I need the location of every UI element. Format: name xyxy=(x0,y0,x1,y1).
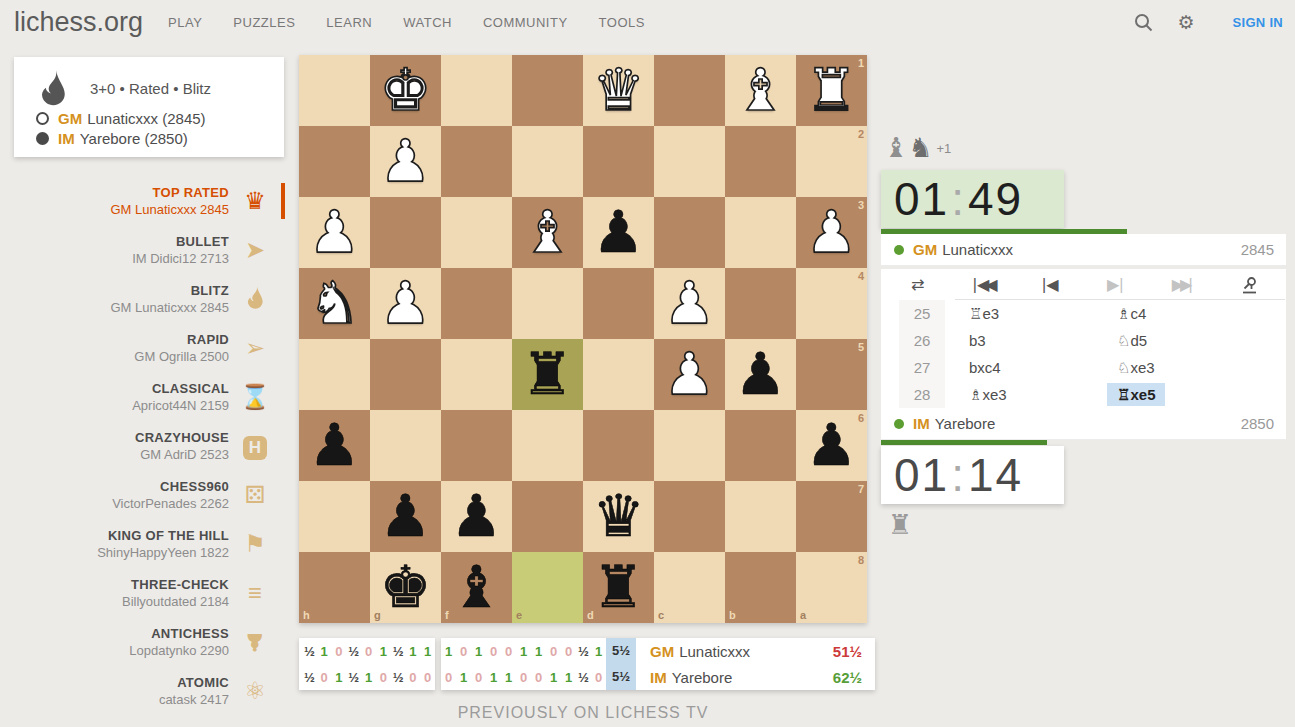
channel-label: BULLET xyxy=(132,234,229,249)
white-name[interactable]: Lunaticxxx xyxy=(87,110,158,127)
rank-label-5: 5 xyxy=(858,341,864,353)
white-pawn-c4: ♟ xyxy=(664,268,716,339)
square-b4 xyxy=(725,268,796,339)
square-a3: 3♟ xyxy=(796,197,867,268)
square-g4: ♟ xyxy=(370,268,441,339)
game-result[interactable]: 0 xyxy=(516,670,531,685)
move-number: 26 xyxy=(899,327,945,354)
rank-label-3: 3 xyxy=(858,199,864,211)
move-number: 28 xyxy=(899,381,945,408)
top-nav: lichess.org PLAYPUZZLESLEARNWATCHCOMMUNI… xyxy=(0,0,1295,44)
square-h6: ♟ xyxy=(299,410,370,481)
online-dot-icon xyxy=(894,245,904,255)
white-queen-d1: ♛ xyxy=(593,55,645,126)
channel-player: Billyoutdated 2184 xyxy=(122,594,229,609)
channel-player: GM Ogrilla 2500 xyxy=(134,349,229,364)
square-d4 xyxy=(583,268,654,339)
score-strip-totals: 101001100½15½GMLunaticxxx51½010110011½05… xyxy=(441,638,875,690)
game-result[interactable]: 0 xyxy=(456,644,471,659)
previously-on-lichess-tv: PREVIOUSLY ON LICHESS TV xyxy=(299,704,867,722)
next-move-button[interactable]: ▶| xyxy=(1107,277,1123,293)
game-info-card: 3+0 • Rated • Blitz GM Lunaticxxx (2845)… xyxy=(14,57,284,157)
game-result[interactable]: 0 xyxy=(420,670,435,685)
game-result[interactable]: 1 xyxy=(471,644,486,659)
move-list: 25♖e3♗c426b3♘d527bxc4♘xe328♗xe3♖xe5 xyxy=(881,300,1286,408)
move-row-27: 27bxc4♘xe3 xyxy=(881,354,1286,381)
white-pawn-h3: ♟ xyxy=(309,197,361,268)
black-player-line: IM Yarebore (2850) xyxy=(36,130,284,147)
turtle-icon: ⌛ xyxy=(237,385,273,409)
score-total: 5½ xyxy=(606,664,636,690)
game-result[interactable]: ½ xyxy=(576,670,591,685)
sidebar-item-chess960[interactable]: CHESS960VictorPenades 2262⚄ xyxy=(0,477,285,513)
crown-icon: ♛ xyxy=(237,189,273,213)
channel-label: RAPID xyxy=(134,332,229,347)
square-e4 xyxy=(512,268,583,339)
rank-label-1: 1 xyxy=(858,57,864,69)
bullet-icon: ➤ xyxy=(237,238,273,262)
black-player-rating: 2850 xyxy=(1241,415,1274,432)
move-number: 25 xyxy=(899,300,945,327)
sidebar-item-rapid[interactable]: RAPIDGM Ogrilla 2500➢ xyxy=(0,330,285,366)
square-a5: 5 xyxy=(796,339,867,410)
channel-player: ShinyHappyYeen 1822 xyxy=(97,545,229,560)
move-controls: ⇄ |◀◀ |◀ ▶| ▶▶| xyxy=(881,269,1286,300)
game-result[interactable]: 0 xyxy=(501,644,516,659)
black-name[interactable]: Yarebore xyxy=(80,130,141,147)
square-f3 xyxy=(441,197,512,268)
channel-label: BLITZ xyxy=(110,283,229,298)
file-label-b: b xyxy=(729,609,736,621)
black-bishop-f8: ♝ xyxy=(451,552,503,623)
game-result[interactable]: 1 xyxy=(516,644,531,659)
square-a2: 2 xyxy=(796,126,867,197)
results-box2_white: 101001100½15½GMLunaticxxx51½ xyxy=(441,638,875,664)
game-result[interactable]: 1 xyxy=(486,670,501,685)
white-bishop-b1: ♝ xyxy=(735,55,787,126)
channel-player: VictorPenades 2262 xyxy=(112,496,229,511)
black-move-26[interactable]: ♘d5 xyxy=(1105,332,1157,350)
black-player-link[interactable]: Yarebore xyxy=(935,415,996,432)
channel-label: THREE-CHECK xyxy=(122,577,229,592)
game-result[interactable]: 1 xyxy=(405,644,420,659)
game-result[interactable]: ½ xyxy=(346,644,361,659)
square-d5 xyxy=(583,339,654,410)
game-result[interactable]: 1 xyxy=(376,644,391,659)
channel-label: KING OF THE HILL xyxy=(97,528,229,543)
square-h3: ♟ xyxy=(299,197,370,268)
square-f6 xyxy=(441,410,512,481)
white-clock: 01:49 xyxy=(881,170,1064,228)
material-advantage: +1 xyxy=(936,141,951,156)
square-d3: ♟ xyxy=(583,197,654,268)
game-result[interactable]: ½ xyxy=(391,670,406,685)
game-result[interactable]: ½ xyxy=(302,644,317,659)
square-h5 xyxy=(299,339,370,410)
square-f5 xyxy=(441,339,512,410)
nav-item-community[interactable]: COMMUNITY xyxy=(483,15,568,30)
square-c4: ♟ xyxy=(654,268,725,339)
square-g6 xyxy=(370,410,441,481)
time-control-label: 3+0 • Rated • Blitz xyxy=(90,80,211,97)
black-pawn-f7: ♟ xyxy=(451,481,503,552)
square-e5: ♜ xyxy=(512,339,583,410)
channel-label: CLASSICAL xyxy=(132,381,229,396)
square-g7: ♟ xyxy=(370,481,441,552)
square-b7 xyxy=(725,481,796,552)
square-a4: 4 xyxy=(796,268,867,339)
game-result[interactable]: 0 xyxy=(361,644,376,659)
game-result[interactable]: 0 xyxy=(471,670,486,685)
square-c7 xyxy=(654,481,725,552)
captured-knight-icon: ♞ xyxy=(908,133,932,163)
black-move-27[interactable]: ♘xe3 xyxy=(1105,359,1165,377)
square-h4: ♞ xyxy=(299,268,370,339)
chess-board: ♚♛♝1♜♟2♟♝♟3♟♞♟♟4♜♟♟5♟6♟♟♟♛7hg♚f♝ed♜cba8 xyxy=(299,55,867,623)
first-move-button[interactable]: |◀◀ xyxy=(973,277,994,293)
results-black-recent: ½01½10½00 xyxy=(299,664,435,690)
move-row-25: 25♖e3♗c4 xyxy=(881,300,1286,327)
white-title-tag: GM xyxy=(913,241,937,258)
layers-icon: ≡ xyxy=(237,581,273,605)
square-d6 xyxy=(583,410,654,481)
white-knight-h4: ♞ xyxy=(309,268,361,339)
crazyhouse-icon: H xyxy=(237,433,273,460)
black-pawn-g7: ♟ xyxy=(380,481,432,552)
last-move-button[interactable]: ▶▶| xyxy=(1172,277,1193,293)
blitz-flame-icon xyxy=(36,69,70,107)
game-result[interactable]: 0 xyxy=(546,644,561,659)
game-result[interactable]: ½ xyxy=(391,644,406,659)
sidebar-item-crazyhouse[interactable]: CRAZYHOUSEGM AdriD 2523H xyxy=(0,428,285,464)
analysis-microscope-icon[interactable] xyxy=(1241,276,1258,294)
rank-label-7: 7 xyxy=(858,483,864,495)
nav-item-learn[interactable]: LEARN xyxy=(326,15,372,30)
square-b3 xyxy=(725,197,796,268)
channel-player: GM Lunaticxxx 2845 xyxy=(110,300,229,315)
square-h8: h xyxy=(299,552,370,623)
dice-icon: ⚄ xyxy=(237,483,273,507)
square-e3: ♝ xyxy=(512,197,583,268)
nav-menu: PLAYPUZZLESLEARNWATCHCOMMUNITYTOOLS xyxy=(168,15,645,30)
file-label-c: c xyxy=(658,609,664,621)
lichess-tv-page: lichess.org PLAYPUZZLESLEARNWATCHCOMMUNI… xyxy=(0,0,1295,727)
square-d8: d♜ xyxy=(583,552,654,623)
rank-label-2: 2 xyxy=(858,128,864,140)
square-h7 xyxy=(299,481,370,552)
game-result[interactable]: 0 xyxy=(441,670,456,685)
square-c6 xyxy=(654,410,725,481)
channel-label: CHESS960 xyxy=(112,479,229,494)
white-move-26[interactable]: b3 xyxy=(945,332,1105,349)
white-color-icon xyxy=(36,112,49,125)
rank-label-8: 8 xyxy=(858,554,864,566)
white-king-g1: ♚ xyxy=(380,55,432,126)
sidebar-item-classical[interactable]: CLASSICALApricot44N 2159⌛ xyxy=(0,379,285,415)
square-g5 xyxy=(370,339,441,410)
black-rook-d8: ♜ xyxy=(593,552,645,623)
white-player-rating: 2845 xyxy=(1241,241,1274,258)
lichess-logo[interactable]: lichess.org xyxy=(14,7,143,38)
white-pawn-g2: ♟ xyxy=(380,126,432,197)
channel-label: TOP RATED xyxy=(110,185,229,200)
game-result[interactable]: 0 xyxy=(405,670,420,685)
white-player-line: GM Lunaticxxx (2845) xyxy=(36,110,284,127)
square-g8: g♚ xyxy=(370,552,441,623)
move-row-26: 26b3♘d5 xyxy=(881,327,1286,354)
channel-player: Apricot44N 2159 xyxy=(132,398,229,413)
game-result[interactable]: ½ xyxy=(346,670,361,685)
game-result[interactable]: ½ xyxy=(302,670,317,685)
sidebar-item-atomic[interactable]: ATOMICcatask 2417⚛ xyxy=(0,673,285,709)
square-c5: ♟ xyxy=(654,339,725,410)
game-result[interactable]: 1 xyxy=(456,670,471,685)
sidebar-item-blitz[interactable]: BLITZGM Lunaticxxx 2845 xyxy=(0,281,285,317)
square-c1 xyxy=(654,55,725,126)
game-result[interactable]: 0 xyxy=(591,670,606,685)
channel-player: GM AdriD 2523 xyxy=(135,447,229,462)
square-g3 xyxy=(370,197,441,268)
square-d2 xyxy=(583,126,654,197)
file-label-g: g xyxy=(374,609,381,621)
game-result[interactable]: 0 xyxy=(317,670,332,685)
channel-label: ANTICHESS xyxy=(129,626,229,641)
square-h2 xyxy=(299,126,370,197)
white-move-28[interactable]: ♗xe3 xyxy=(945,386,1105,404)
captured-bishop-icon: ♝ xyxy=(884,133,908,163)
prev-move-button[interactable]: |◀ xyxy=(1042,277,1058,293)
square-h1 xyxy=(299,55,370,126)
square-b2 xyxy=(725,126,796,197)
game-result[interactable]: 1 xyxy=(441,644,456,659)
square-g1: ♚ xyxy=(370,55,441,126)
game-result[interactable]: 1 xyxy=(501,670,516,685)
sign-in-button[interactable]: SIGN IN xyxy=(1233,15,1284,30)
game-result[interactable]: 1 xyxy=(317,644,332,659)
black-clock: 01:14 xyxy=(881,446,1064,504)
file-label-e: e xyxy=(516,609,522,621)
game-result[interactable]: 1 xyxy=(591,644,606,659)
game-result[interactable]: 0 xyxy=(531,670,546,685)
black-pawn-b5: ♟ xyxy=(735,339,787,410)
square-f4 xyxy=(441,268,512,339)
strip-player-name[interactable]: IMYarebore xyxy=(650,669,732,686)
strip-player-score: 51½ xyxy=(833,643,862,660)
gear-icon[interactable]: ⚙ xyxy=(1177,11,1194,34)
flip-board-button[interactable]: ⇄ xyxy=(911,277,924,293)
rabbit-icon: ➢ xyxy=(237,336,273,360)
rank-label-6: 6 xyxy=(858,412,864,424)
black-player-row: IM Yarebore 2850 xyxy=(881,408,1286,440)
flame-icon xyxy=(237,285,273,314)
online-dot-icon xyxy=(894,419,904,429)
black-queen-d7: ♛ xyxy=(593,481,645,552)
white-move-27[interactable]: bxc4 xyxy=(945,359,1105,376)
black-pawn-a6: ♟ xyxy=(806,410,858,481)
square-a7: 7 xyxy=(796,481,867,552)
captured-pieces-white: ♝♞+1 xyxy=(884,133,951,163)
black-time-bar xyxy=(881,440,1047,445)
game-result[interactable]: 0 xyxy=(486,644,501,659)
channel-player: IM Didici12 2713 xyxy=(132,251,229,266)
white-pawn-a3: ♟ xyxy=(806,197,858,268)
sidebar-item-bullet[interactable]: BULLETIM Didici12 2713➤ xyxy=(0,232,285,268)
black-king-g8: ♚ xyxy=(380,552,432,623)
square-a8: a8 xyxy=(796,552,867,623)
strip-player-score: 62½ xyxy=(833,669,862,686)
black-title-tag: IM xyxy=(913,415,930,432)
file-label-h: h xyxy=(303,609,310,621)
sidebar-item-antichess[interactable]: ANTICHESSLopdatynko 2290♟ xyxy=(0,624,285,660)
black-color-icon xyxy=(36,132,49,145)
move-number: 27 xyxy=(899,354,945,381)
search-icon[interactable] xyxy=(1134,13,1153,32)
antichess-icon: ♟ xyxy=(237,630,273,654)
score-total: 5½ xyxy=(606,638,636,664)
square-e6 xyxy=(512,410,583,481)
results-white-recent: ½10½01½11 xyxy=(299,638,435,664)
channel-player: catask 2417 xyxy=(159,692,229,707)
white-player-row: GM Lunaticxxx 2845 xyxy=(881,234,1286,266)
game-result[interactable]: 1 xyxy=(420,644,435,659)
square-b1: ♝ xyxy=(725,55,796,126)
white-rating: (2845) xyxy=(162,110,205,127)
square-f2 xyxy=(441,126,512,197)
square-a1: 1♜ xyxy=(796,55,867,126)
white-pawn-c5: ♟ xyxy=(664,339,716,410)
game-result[interactable]: 0 xyxy=(376,670,391,685)
atom-icon: ⚛ xyxy=(237,679,273,703)
rank-label-4: 4 xyxy=(858,270,864,282)
square-d1: ♛ xyxy=(583,55,654,126)
square-g2: ♟ xyxy=(370,126,441,197)
channel-player: GM Lunaticxxx 2845 xyxy=(110,202,229,217)
game-result[interactable]: 1 xyxy=(361,670,376,685)
square-e8: e xyxy=(512,552,583,623)
move-row-28: 28♗xe3♖xe5 xyxy=(881,381,1286,408)
flag-icon: ⚑ xyxy=(237,532,273,556)
game-result[interactable]: 0 xyxy=(332,644,347,659)
black-title: IM xyxy=(58,130,75,147)
captured-rook-icon: ♜ xyxy=(888,509,912,540)
square-a6: 6♟ xyxy=(796,410,867,481)
square-f8: f♝ xyxy=(441,552,512,623)
square-b5: ♟ xyxy=(725,339,796,410)
white-player-link[interactable]: Lunaticxxx xyxy=(942,241,1013,258)
square-f7: ♟ xyxy=(441,481,512,552)
captured-pieces-black: ♜ xyxy=(888,509,912,540)
channel-player: Lopdatynko 2290 xyxy=(129,643,229,658)
white-rook-a1: ♜ xyxy=(806,55,858,126)
channel-label: ATOMIC xyxy=(159,675,229,690)
channel-label: CRAZYHOUSE xyxy=(135,430,229,445)
black-move-28[interactable]: ♖xe5 xyxy=(1105,386,1165,404)
square-e2 xyxy=(512,126,583,197)
results-box2_black: 010110011½05½IMYarebore62½ xyxy=(441,664,875,690)
square-d7: ♛ xyxy=(583,481,654,552)
sidebar-item-top-rated[interactable]: TOP RATEDGM Lunaticxxx 2845♛ xyxy=(0,183,285,219)
file-label-a: a xyxy=(800,609,806,621)
game-result[interactable]: 1 xyxy=(561,670,576,685)
sidebar-item-king-of-the-hill[interactable]: KING OF THE HILLShinyHappyYeen 1822⚑ xyxy=(0,526,285,562)
white-bishop-e3: ♝ xyxy=(522,197,574,268)
black-move-25[interactable]: ♗c4 xyxy=(1105,305,1156,323)
white-move-25[interactable]: ♖e3 xyxy=(945,305,1105,323)
nav-item-tools[interactable]: TOOLS xyxy=(599,15,645,30)
strip-player-name[interactable]: GMLunaticxxx xyxy=(650,643,750,660)
game-result[interactable]: 1 xyxy=(531,644,546,659)
sidebar-item-three-check[interactable]: THREE-CHECKBillyoutdated 2184≡ xyxy=(0,575,285,611)
black-pawn-d3: ♟ xyxy=(593,197,645,268)
white-pawn-g4: ♟ xyxy=(380,268,432,339)
game-result[interactable]: 1 xyxy=(332,670,347,685)
file-label-f: f xyxy=(445,609,449,621)
square-f1 xyxy=(441,55,512,126)
square-b6 xyxy=(725,410,796,481)
game-result[interactable]: 1 xyxy=(546,670,561,685)
game-result[interactable]: 0 xyxy=(561,644,576,659)
nav-item-puzzles[interactable]: PUZZLES xyxy=(233,15,295,30)
square-e7 xyxy=(512,481,583,552)
channel-sidebar: TOP RATEDGM Lunaticxxx 2845♛BULLETIM Did… xyxy=(0,183,285,722)
square-b8: b xyxy=(725,552,796,623)
game-result[interactable]: ½ xyxy=(576,644,591,659)
square-c3 xyxy=(654,197,725,268)
black-rating: (2850) xyxy=(144,130,187,147)
nav-item-play[interactable]: PLAY xyxy=(168,15,202,30)
square-c2 xyxy=(654,126,725,197)
file-label-d: d xyxy=(587,609,594,621)
square-e1 xyxy=(512,55,583,126)
black-pawn-h6: ♟ xyxy=(309,410,361,481)
score-strip-recent: ½10½01½11½01½10½00 xyxy=(299,638,435,690)
nav-item-watch[interactable]: WATCH xyxy=(403,15,452,30)
white-title: GM xyxy=(58,110,82,127)
square-c8: c xyxy=(654,552,725,623)
black-rook-e5: ♜ xyxy=(522,339,574,410)
